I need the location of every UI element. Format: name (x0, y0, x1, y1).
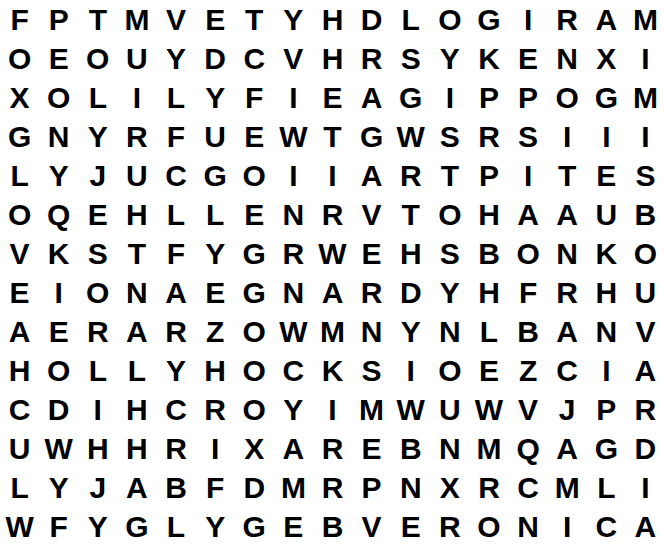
grid-cell[interactable]: L (391, 0, 430, 39)
grid-cell[interactable]: L (78, 78, 117, 117)
grid-cell[interactable]: I (117, 78, 156, 117)
grid-cell[interactable]: Y (78, 117, 117, 156)
grid-cell[interactable]: Y (274, 0, 313, 39)
grid-cell[interactable]: Y (196, 78, 235, 117)
grid-cell[interactable]: O (469, 507, 508, 546)
grid-cell[interactable]: L (0, 468, 39, 507)
grid-cell[interactable]: M (352, 390, 391, 429)
grid-cell[interactable]: B (509, 312, 548, 351)
grid-cell[interactable]: M (469, 429, 508, 468)
grid-cell[interactable]: Q (509, 429, 548, 468)
grid-cell[interactable]: Z (509, 351, 548, 390)
grid-cell[interactable]: O (430, 0, 469, 39)
grid-cell[interactable]: M (626, 78, 665, 117)
grid-cell[interactable]: O (78, 39, 117, 78)
grid-cell[interactable]: O (39, 78, 78, 117)
grid-cell[interactable]: A (587, 0, 626, 39)
grid-cell[interactable]: Y (196, 234, 235, 273)
grid-cell[interactable]: P (587, 390, 626, 429)
grid-cell[interactable]: N (274, 273, 313, 312)
grid-cell[interactable]: Y (391, 312, 430, 351)
grid-cell[interactable]: H (117, 195, 156, 234)
grid-cell[interactable]: I (626, 117, 665, 156)
grid-cell[interactable]: V (156, 0, 195, 39)
grid-cell[interactable]: M (626, 0, 665, 39)
grid-cell[interactable]: R (548, 0, 587, 39)
grid-cell[interactable]: L (156, 195, 195, 234)
grid-cell[interactable]: F (509, 273, 548, 312)
grid-cell[interactable]: P (352, 468, 391, 507)
grid-cell[interactable]: I (626, 468, 665, 507)
grid-cell[interactable]: C (274, 351, 313, 390)
grid-cell[interactable]: E (39, 39, 78, 78)
grid-cell[interactable]: T (78, 0, 117, 39)
grid-cell[interactable]: A (313, 273, 352, 312)
grid-cell[interactable]: C (509, 468, 548, 507)
grid-cell[interactable]: A (117, 312, 156, 351)
grid-cell[interactable]: W (274, 117, 313, 156)
grid-cell[interactable]: O (235, 390, 274, 429)
grid-cell[interactable]: Y (274, 390, 313, 429)
grid-cell[interactable]: P (509, 78, 548, 117)
grid-cell[interactable]: I (587, 117, 626, 156)
grid-cell[interactable]: O (430, 195, 469, 234)
grid-cell[interactable]: E (39, 312, 78, 351)
grid-cell[interactable]: R (313, 429, 352, 468)
grid-cell[interactable]: F (235, 78, 274, 117)
grid-cell[interactable]: Q (39, 195, 78, 234)
grid-cell[interactable]: W (39, 429, 78, 468)
grid-cell[interactable]: A (156, 273, 195, 312)
grid-cell[interactable]: M (548, 468, 587, 507)
grid-cell[interactable]: I (430, 78, 469, 117)
grid-cell[interactable]: K (469, 39, 508, 78)
grid-cell[interactable]: M (117, 0, 156, 39)
grid-cell[interactable]: A (117, 468, 156, 507)
grid-cell[interactable]: R (156, 312, 195, 351)
grid-cell[interactable]: E (352, 234, 391, 273)
grid-cell[interactable]: L (117, 351, 156, 390)
word-search-page: FPTMVETYHDLOGIRAMOEOUYDCVHRSYKENXIXOLILY… (0, 0, 665, 546)
grid-cell[interactable]: W (391, 390, 430, 429)
grid-cell[interactable]: W (391, 117, 430, 156)
grid-cell[interactable]: I (78, 390, 117, 429)
grid-cell[interactable]: H (469, 273, 508, 312)
grid-cell[interactable]: M (274, 468, 313, 507)
grid-cell[interactable]: D (39, 390, 78, 429)
grid-cell[interactable]: J (548, 390, 587, 429)
grid-cell[interactable]: E (274, 507, 313, 546)
grid-cell[interactable]: I (509, 156, 548, 195)
grid-cell[interactable]: Y (78, 507, 117, 546)
grid-cell[interactable]: O (509, 234, 548, 273)
grid-cell[interactable]: R (78, 312, 117, 351)
grid-cell[interactable]: H (117, 390, 156, 429)
grid-cell[interactable]: G (352, 117, 391, 156)
grid-cell[interactable]: E (313, 78, 352, 117)
grid-cell[interactable]: U (430, 390, 469, 429)
grid-cell[interactable]: C (235, 39, 274, 78)
grid-cell[interactable]: I (548, 117, 587, 156)
grid-cell[interactable]: I (313, 390, 352, 429)
grid-cell[interactable]: A (548, 429, 587, 468)
grid-cell[interactable]: U (626, 273, 665, 312)
grid-cell[interactable]: A (509, 195, 548, 234)
grid-cell[interactable]: R (352, 39, 391, 78)
grid-cell[interactable]: N (430, 429, 469, 468)
grid-cell[interactable]: Y (39, 156, 78, 195)
grid-cell[interactable]: B (626, 195, 665, 234)
grid-cell[interactable]: N (548, 39, 587, 78)
grid-cell[interactable]: S (509, 117, 548, 156)
grid-cell[interactable]: N (430, 312, 469, 351)
grid-cell[interactable]: O (235, 156, 274, 195)
grid-cell[interactable]: R (469, 117, 508, 156)
grid-cell[interactable]: I (509, 0, 548, 39)
grid-cell[interactable]: R (469, 468, 508, 507)
grid-cell[interactable]: A (548, 312, 587, 351)
grid-cell[interactable]: I (313, 156, 352, 195)
grid-cell[interactable]: C (156, 390, 195, 429)
grid-cell[interactable]: D (196, 39, 235, 78)
grid-cell[interactable]: N (548, 234, 587, 273)
grid-cell[interactable]: Y (430, 273, 469, 312)
grid-cell[interactable]: D (352, 0, 391, 39)
grid-cell[interactable]: E (0, 273, 39, 312)
grid-cell[interactable]: I (626, 39, 665, 78)
grid-cell[interactable]: X (235, 429, 274, 468)
grid-cell[interactable]: F (156, 117, 195, 156)
grid-cell[interactable]: H (313, 39, 352, 78)
grid-cell[interactable]: O (430, 351, 469, 390)
grid-cell[interactable]: G (235, 234, 274, 273)
grid-cell[interactable]: O (0, 195, 39, 234)
grid-cell[interactable]: K (587, 234, 626, 273)
grid-cell[interactable]: W (274, 312, 313, 351)
grid-cell[interactable]: P (39, 0, 78, 39)
grid-cell[interactable]: G (196, 156, 235, 195)
grid-cell[interactable]: K (313, 351, 352, 390)
grid-cell[interactable]: H (313, 0, 352, 39)
grid-cell[interactable]: G (587, 429, 626, 468)
grid-cell[interactable]: R (391, 156, 430, 195)
grid-cell[interactable]: C (548, 351, 587, 390)
grid-cell[interactable]: E (469, 351, 508, 390)
grid-cell[interactable]: V (274, 39, 313, 78)
grid-cell[interactable]: C (156, 156, 195, 195)
grid-cell[interactable]: E (235, 195, 274, 234)
grid-cell[interactable]: E (587, 156, 626, 195)
grid-cell[interactable]: M (313, 312, 352, 351)
grid-cell[interactable]: U (0, 429, 39, 468)
grid-cell[interactable]: O (78, 273, 117, 312)
grid-cell[interactable]: G (587, 78, 626, 117)
grid-cell[interactable]: O (235, 351, 274, 390)
grid-cell[interactable]: H (587, 273, 626, 312)
grid-cell[interactable]: W (0, 507, 39, 546)
grid-cell[interactable]: F (0, 0, 39, 39)
grid-cell[interactable]: T (117, 234, 156, 273)
grid-cell[interactable]: Y (156, 39, 195, 78)
grid-cell[interactable]: E (235, 117, 274, 156)
grid-cell[interactable]: O (548, 78, 587, 117)
grid-cell[interactable]: A (352, 156, 391, 195)
grid-cell[interactable]: N (39, 117, 78, 156)
grid-cell[interactable]: H (0, 351, 39, 390)
word-search-grid: FPTMVETYHDLOGIRAMOEOUYDCVHRSYKENXIXOLILY… (0, 0, 665, 546)
grid-cell[interactable]: Y (39, 468, 78, 507)
grid-cell[interactable]: T (235, 0, 274, 39)
grid-cell[interactable]: A (0, 312, 39, 351)
grid-cell[interactable]: D (391, 273, 430, 312)
grid-cell[interactable]: A (548, 195, 587, 234)
grid-cell[interactable]: N (587, 312, 626, 351)
grid-cell[interactable]: H (196, 351, 235, 390)
grid-cell[interactable]: G (117, 507, 156, 546)
grid-cell[interactable]: T (313, 117, 352, 156)
grid-cell[interactable]: S (430, 117, 469, 156)
grid-cell[interactable]: G (0, 117, 39, 156)
grid-cell[interactable]: N (509, 507, 548, 546)
grid-cell[interactable]: O (235, 312, 274, 351)
grid-cell[interactable]: I (39, 273, 78, 312)
grid-cell[interactable]: R (313, 468, 352, 507)
grid-cell[interactable]: E (352, 429, 391, 468)
grid-cell[interactable]: B (156, 468, 195, 507)
grid-cell[interactable]: S (430, 234, 469, 273)
grid-cell[interactable]: R (156, 429, 195, 468)
grid-cell[interactable]: I (274, 78, 313, 117)
grid-cell[interactable]: B (391, 429, 430, 468)
grid-cell[interactable]: E (391, 507, 430, 546)
grid-cell[interactable]: L (587, 468, 626, 507)
grid-cell[interactable]: C (587, 507, 626, 546)
grid-cell[interactable]: C (0, 390, 39, 429)
grid-cell[interactable]: X (587, 39, 626, 78)
grid-cell[interactable]: I (274, 156, 313, 195)
grid-cell[interactable]: A (626, 507, 665, 546)
grid-cell[interactable]: R (117, 117, 156, 156)
grid-cell[interactable]: B (313, 507, 352, 546)
grid-cell[interactable]: Y (430, 39, 469, 78)
grid-cell[interactable]: V (0, 234, 39, 273)
grid-cell[interactable]: G (469, 0, 508, 39)
grid-cell[interactable]: N (274, 195, 313, 234)
grid-cell[interactable]: L (156, 507, 195, 546)
grid-cell[interactable]: V (509, 390, 548, 429)
grid-cell[interactable]: A (626, 351, 665, 390)
grid-cell[interactable]: F (156, 234, 195, 273)
grid-cell[interactable]: Y (156, 351, 195, 390)
grid-cell[interactable]: L (196, 195, 235, 234)
grid-cell[interactable]: H (117, 429, 156, 468)
grid-cell[interactable]: B (469, 234, 508, 273)
grid-cell[interactable]: H (78, 429, 117, 468)
grid-cell[interactable]: G (235, 273, 274, 312)
grid-cell[interactable]: V (352, 507, 391, 546)
grid-cell[interactable]: R (548, 273, 587, 312)
grid-cell[interactable]: N (117, 273, 156, 312)
grid-cell[interactable]: A (352, 78, 391, 117)
grid-cell[interactable]: T (391, 195, 430, 234)
grid-cell[interactable]: T (430, 156, 469, 195)
grid-cell[interactable]: N (352, 312, 391, 351)
grid-cell[interactable]: O (0, 39, 39, 78)
grid-cell[interactable]: N (391, 468, 430, 507)
grid-cell[interactable]: I (548, 507, 587, 546)
grid-cell[interactable]: J (78, 156, 117, 195)
grid-cell[interactable]: E (196, 0, 235, 39)
grid-cell[interactable]: V (352, 195, 391, 234)
grid-cell[interactable]: P (469, 78, 508, 117)
grid-cell[interactable]: S (626, 156, 665, 195)
grid-cell[interactable]: I (391, 351, 430, 390)
grid-cell[interactable]: U (117, 156, 156, 195)
grid-cell[interactable]: F (39, 507, 78, 546)
grid-cell[interactable]: S (352, 351, 391, 390)
grid-cell[interactable]: H (391, 234, 430, 273)
grid-cell[interactable]: I (196, 429, 235, 468)
grid-cell[interactable]: T (548, 156, 587, 195)
grid-cell[interactable]: V (626, 312, 665, 351)
grid-cell[interactable]: Y (196, 507, 235, 546)
grid-cell[interactable]: R (313, 195, 352, 234)
grid-cell[interactable]: R (430, 507, 469, 546)
grid-cell[interactable]: W (313, 234, 352, 273)
grid-cell[interactable]: L (156, 78, 195, 117)
grid-cell[interactable]: E (196, 273, 235, 312)
grid-cell[interactable]: S (78, 234, 117, 273)
grid-cell[interactable]: S (391, 39, 430, 78)
grid-cell[interactable]: W (469, 390, 508, 429)
grid-cell[interactable]: F (196, 468, 235, 507)
grid-cell[interactable]: G (391, 78, 430, 117)
grid-cell[interactable]: O (626, 234, 665, 273)
grid-cell[interactable]: H (469, 195, 508, 234)
grid-cell[interactable]: X (0, 78, 39, 117)
grid-cell[interactable]: L (469, 312, 508, 351)
grid-cell[interactable]: I (587, 351, 626, 390)
grid-cell[interactable]: Z (196, 312, 235, 351)
grid-cell[interactable]: R (626, 390, 665, 429)
grid-cell[interactable]: D (235, 468, 274, 507)
grid-cell[interactable]: U (196, 117, 235, 156)
grid-cell[interactable]: X (430, 468, 469, 507)
grid-cell[interactable]: O (39, 351, 78, 390)
grid-cell[interactable]: R (352, 273, 391, 312)
grid-cell[interactable]: G (235, 507, 274, 546)
grid-cell[interactable]: L (78, 351, 117, 390)
grid-cell[interactable]: E (78, 195, 117, 234)
grid-cell[interactable]: D (626, 429, 665, 468)
grid-cell[interactable]: E (509, 39, 548, 78)
grid-cell[interactable]: U (117, 39, 156, 78)
grid-cell[interactable]: P (469, 156, 508, 195)
grid-cell[interactable]: K (39, 234, 78, 273)
grid-cell[interactable]: R (274, 234, 313, 273)
grid-cell[interactable]: L (0, 156, 39, 195)
grid-cell[interactable]: J (78, 468, 117, 507)
grid-cell[interactable]: U (587, 195, 626, 234)
grid-cell[interactable]: R (196, 390, 235, 429)
grid-cell[interactable]: A (274, 429, 313, 468)
